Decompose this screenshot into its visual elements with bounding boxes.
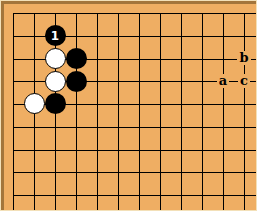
intersection [24, 184, 45, 207]
intersection [171, 115, 192, 138]
intersection [66, 115, 87, 138]
intersection [87, 115, 108, 138]
intersection [192, 115, 213, 138]
intersection [66, 138, 87, 161]
intersection [213, 24, 234, 47]
intersection [234, 93, 255, 116]
intersection [87, 184, 108, 207]
intersection [3, 2, 24, 25]
intersection [3, 138, 24, 161]
intersection [87, 24, 108, 47]
intersection [129, 161, 150, 184]
go-grid: 1bac [3, 2, 255, 207]
intersection [192, 24, 213, 47]
intersection [213, 93, 234, 116]
intersection [108, 47, 129, 70]
intersection: c [234, 70, 255, 93]
intersection [150, 2, 171, 25]
intersection [234, 24, 255, 47]
intersection [24, 47, 45, 70]
intersection [129, 24, 150, 47]
black-stone [66, 71, 87, 92]
intersection [87, 2, 108, 25]
intersection [150, 70, 171, 93]
intersection [66, 24, 87, 47]
intersection [192, 47, 213, 70]
intersection [192, 184, 213, 207]
intersection [66, 161, 87, 184]
intersection [129, 93, 150, 116]
intersection [129, 115, 150, 138]
intersection [45, 138, 66, 161]
intersection [171, 138, 192, 161]
intersection [66, 47, 87, 70]
intersection [213, 161, 234, 184]
black-stone [66, 48, 87, 69]
intersection [150, 24, 171, 47]
intersection [3, 184, 24, 207]
intersection [24, 24, 45, 47]
intersection [234, 161, 255, 184]
intersection [213, 184, 234, 207]
intersection [24, 2, 45, 25]
intersection [87, 47, 108, 70]
intersection [24, 161, 45, 184]
intersection [129, 47, 150, 70]
intersection [108, 115, 129, 138]
intersection [45, 93, 66, 116]
black-stone: 1 [45, 25, 66, 46]
intersection [45, 184, 66, 207]
intersection [66, 70, 87, 93]
move-number: 1 [51, 30, 59, 42]
intersection: b [234, 47, 255, 70]
intersection [150, 184, 171, 207]
intersection [24, 70, 45, 93]
intersection [108, 184, 129, 207]
intersection [45, 115, 66, 138]
intersection [87, 93, 108, 116]
intersection [213, 138, 234, 161]
intersection [192, 138, 213, 161]
intersection [150, 47, 171, 70]
intersection [24, 93, 45, 116]
intersection [171, 2, 192, 25]
intersection: a [213, 70, 234, 93]
intersection [108, 93, 129, 116]
intersection [24, 138, 45, 161]
intersection [213, 2, 234, 25]
intersection [129, 2, 150, 25]
intersection [45, 70, 66, 93]
point-label-b: b [237, 51, 250, 65]
intersection [192, 93, 213, 116]
intersection [108, 2, 129, 25]
intersection [234, 115, 255, 138]
intersection [150, 93, 171, 116]
intersection [66, 184, 87, 207]
intersection [45, 2, 66, 25]
intersection [129, 70, 150, 93]
white-stone [45, 71, 66, 92]
go-board: 1bac [0, 0, 257, 211]
intersection [87, 138, 108, 161]
black-stone [45, 93, 66, 114]
intersection [171, 47, 192, 70]
intersection [3, 115, 24, 138]
intersection [171, 70, 192, 93]
intersection [150, 115, 171, 138]
intersection [213, 47, 234, 70]
intersection [234, 2, 255, 25]
intersection [3, 93, 24, 116]
intersection [192, 70, 213, 93]
intersection [171, 184, 192, 207]
intersection [150, 138, 171, 161]
intersection [150, 161, 171, 184]
intersection [45, 161, 66, 184]
intersection [3, 47, 24, 70]
intersection [24, 115, 45, 138]
intersection [3, 70, 24, 93]
intersection [108, 70, 129, 93]
intersection [129, 138, 150, 161]
point-label-a: a [217, 74, 229, 88]
intersection [87, 70, 108, 93]
intersection [108, 138, 129, 161]
intersection [66, 2, 87, 25]
point-label-c: c [238, 74, 250, 88]
white-stone [24, 93, 45, 114]
intersection [213, 115, 234, 138]
intersection [108, 161, 129, 184]
intersection [171, 24, 192, 47]
intersection [171, 93, 192, 116]
white-stone [45, 48, 66, 69]
intersection [3, 24, 24, 47]
intersection: 1 [45, 24, 66, 47]
intersection [87, 161, 108, 184]
intersection [234, 138, 255, 161]
intersection [234, 184, 255, 207]
intersection [129, 184, 150, 207]
intersection [66, 93, 87, 116]
intersection [192, 161, 213, 184]
intersection [171, 161, 192, 184]
intersection [192, 2, 213, 25]
intersection [3, 161, 24, 184]
intersection [108, 24, 129, 47]
intersection [45, 47, 66, 70]
